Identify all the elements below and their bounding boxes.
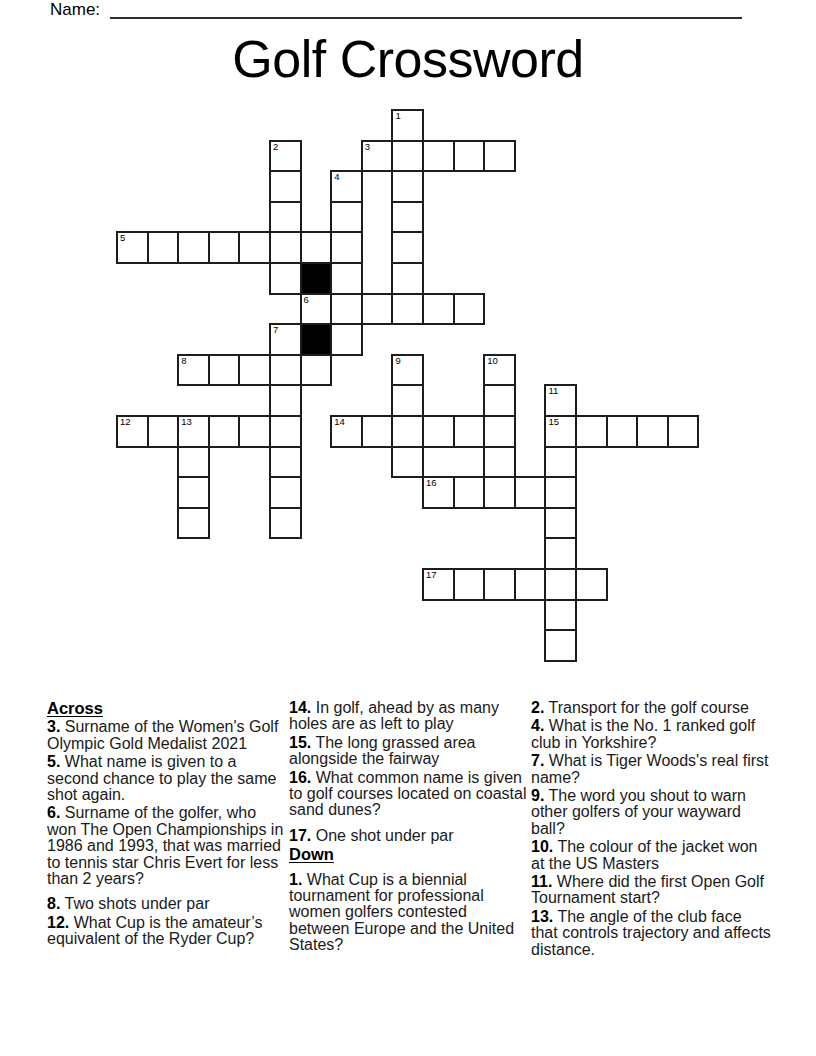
- cell-number: 15: [548, 416, 559, 427]
- grid-cell[interactable]: [177, 507, 210, 540]
- grid-cell[interactable]: [636, 415, 669, 448]
- clue-item: 11. Where did the first Open Golf Tourna…: [531, 874, 771, 907]
- clue-item: 13. The angle of the club face that cont…: [531, 909, 771, 958]
- grid-cell[interactable]: 8: [177, 354, 210, 387]
- clue-text: In golf, ahead by as many holes are as l…: [289, 699, 499, 732]
- grid-cell[interactable]: [269, 201, 302, 234]
- grid-cell[interactable]: [269, 262, 302, 295]
- clue-number-label: 9.: [531, 787, 544, 804]
- clue-item: 16. What common name is given to golf co…: [289, 770, 529, 819]
- grid-cell[interactable]: [361, 415, 394, 448]
- grid-cell[interactable]: [453, 415, 486, 448]
- grid-cell[interactable]: 10: [483, 354, 516, 387]
- clue-column-1: Across3. Surname of the Women's Golf Oly…: [47, 700, 287, 950]
- clue-number-label: 5.: [47, 753, 60, 770]
- cell-number: 9: [395, 355, 400, 366]
- grid-cell[interactable]: 1: [391, 109, 424, 142]
- cell-number: 17: [426, 569, 437, 580]
- clue-number-label: 4.: [531, 717, 544, 734]
- grid-cell[interactable]: [269, 415, 302, 448]
- grid-cell[interactable]: [483, 568, 516, 601]
- cell-number: 2: [273, 141, 278, 152]
- grid-cell[interactable]: [514, 476, 547, 509]
- cell-number: 6: [304, 294, 309, 305]
- grid-cell[interactable]: [238, 231, 271, 264]
- clue-text: Transport for the golf course: [549, 699, 749, 716]
- clue-number-label: 17.: [289, 827, 311, 844]
- grid-cell[interactable]: [330, 231, 363, 264]
- grid-cell[interactable]: 17: [422, 568, 455, 601]
- cell-number: 3: [365, 141, 370, 152]
- clue-text: What common name is given to golf course…: [289, 769, 526, 819]
- across-heading: Across: [47, 700, 287, 716]
- grid-cell[interactable]: [391, 384, 424, 417]
- cell-number: 14: [334, 416, 345, 427]
- clue-number-label: 12.: [47, 914, 69, 931]
- grid-cell[interactable]: [330, 201, 363, 234]
- clue-item: 17. One shot under par: [289, 828, 529, 844]
- grid-cell[interactable]: [269, 384, 302, 417]
- clue-item: 7. What is Tiger Woods's real first name…: [531, 753, 771, 786]
- clue-column-2: 14. In golf, ahead by as many holes are …: [289, 700, 529, 956]
- clue-number-label: 6.: [47, 804, 60, 821]
- grid-cell[interactable]: [147, 415, 180, 448]
- grid-cell[interactable]: [208, 231, 241, 264]
- grid-cell[interactable]: 16: [422, 476, 455, 509]
- grid-cell[interactable]: 12: [116, 415, 149, 448]
- grid-cell[interactable]: [177, 446, 210, 479]
- clue-text: Surname of the Women's Golf Olympic Gold…: [47, 718, 278, 751]
- clue-item: 1. What Cup is a biennial tournament for…: [289, 872, 529, 954]
- blocked-cell: [300, 262, 333, 295]
- grid-cell[interactable]: [300, 231, 333, 264]
- grid-cell[interactable]: [391, 415, 424, 448]
- cell-number: 16: [426, 477, 437, 488]
- grid-cell[interactable]: [544, 446, 577, 479]
- name-input-line[interactable]: [110, 1, 742, 19]
- cell-number: 8: [181, 355, 186, 366]
- grid-cell[interactable]: [208, 354, 241, 387]
- blocked-cell: [300, 323, 333, 356]
- clue-item: 3. Surname of the Women's Golf Olympic G…: [47, 719, 287, 752]
- name-label: Name:: [50, 0, 100, 20]
- grid-cell[interactable]: 2: [269, 140, 302, 173]
- cell-number: 13: [181, 416, 192, 427]
- grid-cell[interactable]: [391, 140, 424, 173]
- clue-text: Two shots under par: [65, 895, 210, 912]
- down-heading: Down: [289, 846, 529, 862]
- cell-number: 10: [487, 355, 498, 366]
- cell-number: 4: [334, 171, 339, 182]
- grid-cell[interactable]: [453, 476, 486, 509]
- grid-cell[interactable]: [147, 231, 180, 264]
- grid-cell[interactable]: [544, 599, 577, 632]
- clue-text: Where did the first Open Golf Tournament…: [531, 873, 764, 906]
- clue-text: The angle of the club face that controls…: [531, 908, 771, 958]
- clue-number-label: 7.: [531, 752, 544, 769]
- grid-cell[interactable]: [330, 323, 363, 356]
- clue-item: 8. Two shots under par: [47, 896, 287, 912]
- clue-text: One shot under par: [316, 827, 454, 844]
- grid-cell[interactable]: [330, 262, 363, 295]
- grid-cell[interactable]: [391, 293, 424, 326]
- grid-cell[interactable]: [269, 354, 302, 387]
- grid-cell[interactable]: [453, 293, 486, 326]
- grid-cell[interactable]: [391, 170, 424, 203]
- grid-cell[interactable]: [483, 446, 516, 479]
- grid-cell[interactable]: [269, 231, 302, 264]
- grid-cell[interactable]: [391, 262, 424, 295]
- grid-cell[interactable]: [238, 354, 271, 387]
- clue-item: 2. Transport for the golf course: [531, 700, 771, 716]
- grid-cell[interactable]: [208, 415, 241, 448]
- cell-number: 12: [120, 416, 131, 427]
- clue-item: 14. In golf, ahead by as many holes are …: [289, 700, 529, 733]
- clue-number-label: 1.: [289, 871, 302, 888]
- crossword-grid: 1234567891011121314151617: [117, 110, 701, 663]
- clue-text: The colour of the jacket won at the US M…: [531, 838, 758, 871]
- grid-cell[interactable]: [453, 140, 486, 173]
- grid-cell[interactable]: [514, 568, 547, 601]
- grid-cell[interactable]: [483, 384, 516, 417]
- clue-number-label: 10.: [531, 838, 553, 855]
- clue-item: 4. What is the No. 1 ranked golf club in…: [531, 718, 771, 751]
- grid-cell[interactable]: [269, 507, 302, 540]
- grid-cell[interactable]: [300, 354, 333, 387]
- grid-cell[interactable]: [422, 415, 455, 448]
- grid-cell[interactable]: 15: [544, 415, 577, 448]
- clue-number-label: 2.: [531, 699, 544, 716]
- grid-cell[interactable]: [391, 201, 424, 234]
- grid-cell[interactable]: [575, 415, 608, 448]
- clue-number-label: 16.: [289, 769, 311, 786]
- grid-cell[interactable]: [238, 415, 271, 448]
- grid-cell[interactable]: [330, 293, 363, 326]
- cell-number: 5: [120, 232, 125, 243]
- clue-number-label: 13.: [531, 908, 553, 925]
- grid-cell[interactable]: [667, 415, 700, 448]
- clue-text: Surname of the golfer, who won The Open …: [47, 804, 283, 887]
- grid-cell[interactable]: [391, 446, 424, 479]
- clue-text: What Cup is the amateur’s equivalent of …: [47, 914, 263, 947]
- clue-number-label: 8.: [47, 895, 60, 912]
- grid-cell[interactable]: [177, 231, 210, 264]
- grid-cell[interactable]: 11: [544, 384, 577, 417]
- grid-cell[interactable]: 13: [177, 415, 210, 448]
- grid-cell[interactable]: [544, 507, 577, 540]
- grid-cell[interactable]: [483, 476, 516, 509]
- grid-cell[interactable]: [269, 170, 302, 203]
- grid-cell[interactable]: [391, 231, 424, 264]
- clue-text: What is Tiger Woods's real first name?: [531, 752, 769, 785]
- grid-cell[interactable]: [483, 415, 516, 448]
- clue-text: What is the No. 1 ranked golf club in Yo…: [531, 717, 755, 750]
- clue-number-label: 3.: [47, 718, 60, 735]
- clue-text: The long grassed area alongside the fair…: [289, 734, 476, 767]
- clue-item: 6. Surname of the golfer, who won The Op…: [47, 805, 287, 887]
- grid-cell[interactable]: 6: [300, 293, 333, 326]
- cell-number: 11: [548, 385, 558, 396]
- clue-number-label: 14.: [289, 699, 311, 716]
- clue-text: What Cup is a biennial tournament for pr…: [289, 871, 514, 954]
- grid-cell[interactable]: [177, 476, 210, 509]
- clue-item: 12. What Cup is the amateur’s equivalent…: [47, 915, 287, 948]
- grid-cell[interactable]: [483, 140, 516, 173]
- clue-number-label: 15.: [289, 734, 311, 751]
- grid-cell[interactable]: 7: [269, 323, 302, 356]
- grid-cell[interactable]: [606, 415, 639, 448]
- grid-cell[interactable]: [453, 568, 486, 601]
- grid-cell[interactable]: [269, 476, 302, 509]
- grid-cell[interactable]: 5: [116, 231, 149, 264]
- page-title: Golf Crossword: [0, 28, 816, 90]
- grid-cell[interactable]: 3: [361, 140, 394, 173]
- cell-number: 7: [273, 324, 278, 335]
- clue-item: 9. The word you shout to warn other golf…: [531, 788, 771, 837]
- grid-cell[interactable]: [575, 568, 608, 601]
- clue-column-3: 2. Transport for the golf course4. What …: [531, 700, 771, 960]
- clue-item: 15. The long grassed area alongside the …: [289, 735, 529, 768]
- clue-number-label: 11.: [531, 873, 552, 890]
- grid-cell[interactable]: [361, 293, 394, 326]
- grid-cell[interactable]: [422, 140, 455, 173]
- clue-item: 5. What name is given to a second chance…: [47, 754, 287, 803]
- grid-cell[interactable]: 9: [391, 354, 424, 387]
- grid-cell[interactable]: [544, 537, 577, 570]
- clue-item: 10. The colour of the jacket won at the …: [531, 839, 771, 872]
- grid-cell[interactable]: [544, 629, 577, 662]
- worksheet-page: Name: Golf Crossword 1234567891011121314…: [0, 0, 816, 1056]
- clue-text: The word you shout to warn other golfers…: [531, 787, 746, 837]
- cell-number: 1: [395, 110, 400, 121]
- grid-cell[interactable]: [544, 476, 577, 509]
- grid-cell[interactable]: 4: [330, 170, 363, 203]
- grid-cell[interactable]: [544, 568, 577, 601]
- grid-cell[interactable]: [422, 293, 455, 326]
- grid-cell[interactable]: [269, 446, 302, 479]
- grid-cell[interactable]: 14: [330, 415, 363, 448]
- clue-text: What name is given to a second chance to…: [47, 753, 276, 803]
